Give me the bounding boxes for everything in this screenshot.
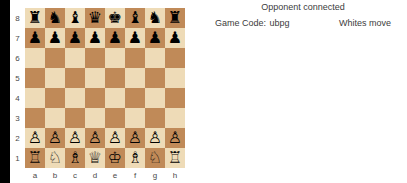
square-h6[interactable] [165, 48, 185, 68]
white-king: ♔ [108, 148, 122, 168]
game-code-value: ubpg [270, 18, 290, 28]
board-corner-spacer [10, 168, 25, 182]
square-g4[interactable] [145, 88, 165, 108]
square-b7[interactable]: ♟ [45, 28, 65, 48]
black-rook: ♜ [168, 8, 182, 28]
white-bishop: ♗ [128, 148, 142, 168]
white-pawn: ♙ [108, 128, 122, 148]
square-c8[interactable]: ♝ [65, 8, 85, 28]
square-a8[interactable]: ♜ [25, 8, 45, 28]
black-king: ♚ [108, 8, 122, 28]
square-c7[interactable]: ♟ [65, 28, 85, 48]
square-h1[interactable]: ♖ [165, 148, 185, 168]
file-label-b: b [45, 168, 65, 182]
square-a7[interactable]: ♟ [25, 28, 45, 48]
square-a2[interactable]: ♙ [25, 128, 45, 148]
square-f5[interactable] [125, 68, 145, 88]
rank-label-2: 2 [10, 128, 25, 148]
square-d2[interactable]: ♙ [85, 128, 105, 148]
square-f7[interactable]: ♟ [125, 28, 145, 48]
white-knight: ♘ [148, 148, 162, 168]
square-h4[interactable] [165, 88, 185, 108]
square-e3[interactable] [105, 108, 125, 128]
connection-status: Opponent connected [215, 2, 391, 13]
black-bishop: ♝ [128, 8, 142, 28]
file-label-a: a [25, 168, 45, 182]
square-g8[interactable]: ♞ [145, 8, 165, 28]
square-e5[interactable] [105, 68, 125, 88]
square-c2[interactable]: ♙ [65, 128, 85, 148]
game-code-label: Game Code: [215, 18, 266, 28]
white-pawn: ♙ [68, 128, 82, 148]
square-c1[interactable]: ♗ [65, 148, 85, 168]
square-f6[interactable] [125, 48, 145, 68]
turn-indicator: Whites move [339, 18, 391, 29]
square-d1[interactable]: ♕ [85, 148, 105, 168]
square-c3[interactable] [65, 108, 85, 128]
square-g2[interactable]: ♙ [145, 128, 165, 148]
square-g1[interactable]: ♘ [145, 148, 165, 168]
square-c6[interactable] [65, 48, 85, 68]
white-pawn: ♙ [48, 128, 62, 148]
square-b3[interactable] [45, 108, 65, 128]
square-g3[interactable] [145, 108, 165, 128]
square-h2[interactable]: ♙ [165, 128, 185, 148]
square-b6[interactable] [45, 48, 65, 68]
square-e1[interactable]: ♔ [105, 148, 125, 168]
rank-label-6: 6 [10, 48, 25, 68]
white-rook: ♖ [28, 148, 42, 168]
black-queen: ♛ [88, 8, 102, 28]
square-h3[interactable] [165, 108, 185, 128]
square-b8[interactable]: ♞ [45, 8, 65, 28]
square-b2[interactable]: ♙ [45, 128, 65, 148]
square-a6[interactable] [25, 48, 45, 68]
square-e4[interactable] [105, 88, 125, 108]
square-f2[interactable]: ♙ [125, 128, 145, 148]
square-a5[interactable] [25, 68, 45, 88]
square-g7[interactable]: ♟ [145, 28, 165, 48]
black-knight: ♞ [148, 8, 162, 28]
white-rook: ♖ [168, 148, 182, 168]
chess-board-area: 8♜♞♝♛♚♝♞♜7♟♟♟♟♟♟♟♟65432♙♙♙♙♙♙♙♙1♖♘♗♕♔♗♘♖… [10, 0, 185, 183]
square-b1[interactable]: ♘ [45, 148, 65, 168]
square-d3[interactable] [85, 108, 105, 128]
app-window: 8♜♞♝♛♚♝♞♜7♟♟♟♟♟♟♟♟65432♙♙♙♙♙♙♙♙1♖♘♗♕♔♗♘♖… [0, 0, 407, 183]
game-status-panel: Opponent connected Game Code: ubpg White… [185, 0, 407, 183]
rank-label-8: 8 [10, 8, 25, 28]
file-label-g: g [145, 168, 165, 182]
rank-label-1: 1 [10, 148, 25, 168]
white-pawn: ♙ [128, 128, 142, 148]
square-f3[interactable] [125, 108, 145, 128]
black-pawn: ♟ [168, 28, 182, 48]
white-pawn: ♙ [28, 128, 42, 148]
black-pawn: ♟ [108, 28, 122, 48]
black-pawn: ♟ [28, 28, 42, 48]
file-label-f: f [125, 168, 145, 182]
black-pawn: ♟ [128, 28, 142, 48]
square-e8[interactable]: ♚ [105, 8, 125, 28]
square-d8[interactable]: ♛ [85, 8, 105, 28]
rank-label-3: 3 [10, 108, 25, 128]
white-pawn: ♙ [148, 128, 162, 148]
square-f4[interactable] [125, 88, 145, 108]
white-knight: ♘ [48, 148, 62, 168]
white-queen: ♕ [88, 148, 102, 168]
square-b4[interactable] [45, 88, 65, 108]
square-a4[interactable] [25, 88, 45, 108]
file-label-c: c [65, 168, 85, 182]
black-pawn: ♟ [48, 28, 62, 48]
square-a1[interactable]: ♖ [25, 148, 45, 168]
black-rook: ♜ [28, 8, 42, 28]
square-d6[interactable] [85, 48, 105, 68]
game-info-row: Game Code: ubpg Whites move [215, 18, 391, 29]
game-code: Game Code: ubpg [215, 18, 291, 29]
square-h8[interactable]: ♜ [165, 8, 185, 28]
square-d7[interactable]: ♟ [85, 28, 105, 48]
square-g6[interactable] [145, 48, 165, 68]
rank-label-5: 5 [10, 68, 25, 88]
black-knight: ♞ [48, 8, 62, 28]
chess-board: 8♜♞♝♛♚♝♞♜7♟♟♟♟♟♟♟♟65432♙♙♙♙♙♙♙♙1♖♘♗♕♔♗♘♖… [10, 8, 185, 182]
square-e6[interactable] [105, 48, 125, 68]
black-pawn: ♟ [68, 28, 82, 48]
white-pawn: ♙ [168, 128, 182, 148]
square-e2[interactable]: ♙ [105, 128, 125, 148]
square-c5[interactable] [65, 68, 85, 88]
square-d5[interactable] [85, 68, 105, 88]
square-g5[interactable] [145, 68, 165, 88]
square-h5[interactable] [165, 68, 185, 88]
black-pawn: ♟ [148, 28, 162, 48]
square-f1[interactable]: ♗ [125, 148, 145, 168]
file-label-h: h [165, 168, 185, 182]
square-b5[interactable] [45, 68, 65, 88]
square-e7[interactable]: ♟ [105, 28, 125, 48]
white-pawn: ♙ [88, 128, 102, 148]
file-label-d: d [85, 168, 105, 182]
black-bishop: ♝ [68, 8, 82, 28]
square-d4[interactable] [85, 88, 105, 108]
rank-label-7: 7 [10, 28, 25, 48]
square-c4[interactable] [65, 88, 85, 108]
white-bishop: ♗ [68, 148, 82, 168]
rank-label-4: 4 [10, 88, 25, 108]
square-a3[interactable] [25, 108, 45, 128]
black-pawn: ♟ [88, 28, 102, 48]
file-label-e: e [105, 168, 125, 182]
square-f8[interactable]: ♝ [125, 8, 145, 28]
square-h7[interactable]: ♟ [165, 28, 185, 48]
screen-letterbox [0, 0, 10, 183]
